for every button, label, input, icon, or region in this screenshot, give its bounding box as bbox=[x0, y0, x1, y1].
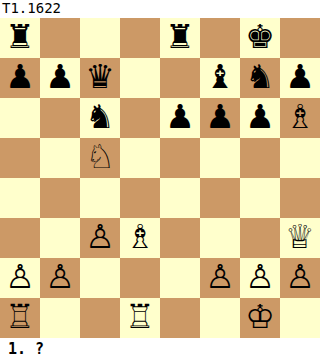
piece-white-queen: ♕ bbox=[285, 217, 315, 257]
square-e7[interactable] bbox=[160, 58, 200, 98]
square-h4[interactable] bbox=[280, 178, 320, 218]
square-d1[interactable]: ♖ bbox=[120, 298, 160, 338]
square-d3[interactable]: ♗ bbox=[120, 218, 160, 258]
square-a5[interactable] bbox=[0, 138, 40, 178]
square-a4[interactable] bbox=[0, 178, 40, 218]
piece-black-rook: ♜ bbox=[5, 17, 35, 57]
square-b8[interactable] bbox=[40, 18, 80, 58]
square-f1[interactable] bbox=[200, 298, 240, 338]
piece-black-queen: ♛ bbox=[85, 57, 115, 97]
square-a6[interactable] bbox=[0, 98, 40, 138]
piece-white-pawn: ♙ bbox=[45, 257, 75, 297]
square-a1[interactable]: ♖ bbox=[0, 298, 40, 338]
piece-black-pawn: ♟ bbox=[165, 97, 195, 137]
piece-white-bishop: ♗ bbox=[285, 97, 315, 137]
square-e1[interactable] bbox=[160, 298, 200, 338]
piece-white-bishop: ♗ bbox=[125, 217, 155, 257]
square-f8[interactable] bbox=[200, 18, 240, 58]
square-b1[interactable] bbox=[40, 298, 80, 338]
square-c7[interactable]: ♛ bbox=[80, 58, 120, 98]
square-g1[interactable]: ♔ bbox=[240, 298, 280, 338]
square-b3[interactable] bbox=[40, 218, 80, 258]
piece-white-rook: ♖ bbox=[5, 297, 35, 337]
square-f3[interactable] bbox=[200, 218, 240, 258]
square-b2[interactable]: ♙ bbox=[40, 258, 80, 298]
piece-white-king: ♔ bbox=[245, 297, 275, 337]
piece-black-pawn: ♟ bbox=[45, 57, 75, 97]
piece-black-knight: ♞ bbox=[85, 97, 115, 137]
piece-white-pawn: ♙ bbox=[205, 257, 235, 297]
square-f7[interactable]: ♝ bbox=[200, 58, 240, 98]
piece-black-pawn: ♟ bbox=[205, 97, 235, 137]
piece-white-pawn: ♙ bbox=[85, 217, 115, 257]
page-title: T1.1622 bbox=[2, 0, 61, 18]
square-f4[interactable] bbox=[200, 178, 240, 218]
square-a3[interactable] bbox=[0, 218, 40, 258]
square-c6[interactable]: ♞ bbox=[80, 98, 120, 138]
square-e6[interactable]: ♟ bbox=[160, 98, 200, 138]
square-h7[interactable]: ♟ bbox=[280, 58, 320, 98]
square-c2[interactable] bbox=[80, 258, 120, 298]
square-d6[interactable] bbox=[120, 98, 160, 138]
square-h8[interactable] bbox=[280, 18, 320, 58]
square-h6[interactable]: ♗ bbox=[280, 98, 320, 138]
piece-white-pawn: ♙ bbox=[245, 257, 275, 297]
piece-black-knight: ♞ bbox=[245, 57, 275, 97]
square-d4[interactable] bbox=[120, 178, 160, 218]
piece-black-pawn: ♟ bbox=[245, 97, 275, 137]
square-b4[interactable] bbox=[40, 178, 80, 218]
square-c3[interactable]: ♙ bbox=[80, 218, 120, 258]
piece-white-knight: ♘ bbox=[85, 137, 115, 177]
square-f2[interactable]: ♙ bbox=[200, 258, 240, 298]
square-b6[interactable] bbox=[40, 98, 80, 138]
piece-white-pawn: ♙ bbox=[285, 257, 315, 297]
square-d2[interactable] bbox=[120, 258, 160, 298]
square-g2[interactable]: ♙ bbox=[240, 258, 280, 298]
piece-white-pawn: ♙ bbox=[5, 257, 35, 297]
piece-black-rook: ♜ bbox=[165, 17, 195, 57]
move-prompt: 1. ? bbox=[8, 339, 44, 360]
square-g4[interactable] bbox=[240, 178, 280, 218]
square-g6[interactable]: ♟ bbox=[240, 98, 280, 138]
square-h2[interactable]: ♙ bbox=[280, 258, 320, 298]
piece-black-pawn: ♟ bbox=[285, 57, 315, 97]
square-c4[interactable] bbox=[80, 178, 120, 218]
piece-black-bishop: ♝ bbox=[205, 57, 235, 97]
square-c1[interactable] bbox=[80, 298, 120, 338]
square-b7[interactable]: ♟ bbox=[40, 58, 80, 98]
square-f5[interactable] bbox=[200, 138, 240, 178]
square-e5[interactable] bbox=[160, 138, 200, 178]
square-c5[interactable]: ♘ bbox=[80, 138, 120, 178]
square-e8[interactable]: ♜ bbox=[160, 18, 200, 58]
square-g7[interactable]: ♞ bbox=[240, 58, 280, 98]
square-e3[interactable] bbox=[160, 218, 200, 258]
square-h3[interactable]: ♕ bbox=[280, 218, 320, 258]
square-c8[interactable] bbox=[80, 18, 120, 58]
square-h5[interactable] bbox=[280, 138, 320, 178]
square-e2[interactable] bbox=[160, 258, 200, 298]
square-f6[interactable]: ♟ bbox=[200, 98, 240, 138]
square-a7[interactable]: ♟ bbox=[0, 58, 40, 98]
square-g8[interactable]: ♚ bbox=[240, 18, 280, 58]
square-g5[interactable] bbox=[240, 138, 280, 178]
square-d7[interactable] bbox=[120, 58, 160, 98]
square-g3[interactable] bbox=[240, 218, 280, 258]
piece-black-king: ♚ bbox=[245, 17, 275, 57]
square-d5[interactable] bbox=[120, 138, 160, 178]
square-e4[interactable] bbox=[160, 178, 200, 218]
square-d8[interactable] bbox=[120, 18, 160, 58]
piece-white-rook: ♖ bbox=[125, 297, 155, 337]
square-h1[interactable] bbox=[280, 298, 320, 338]
square-a2[interactable]: ♙ bbox=[0, 258, 40, 298]
square-a8[interactable]: ♜ bbox=[0, 18, 40, 58]
square-b5[interactable] bbox=[40, 138, 80, 178]
piece-black-pawn: ♟ bbox=[5, 57, 35, 97]
chess-board: ♜♜♚♟♟♛♝♞♟♞♟♟♟♗♘♙♗♕♙♙♙♙♙♖♖♔ bbox=[0, 18, 320, 338]
